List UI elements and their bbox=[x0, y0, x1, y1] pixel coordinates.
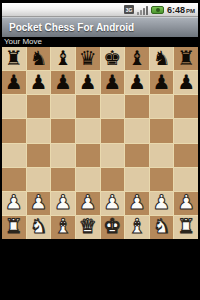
status-bar-clock: 6:48 PM bbox=[167, 5, 195, 15]
piece-white-bishop[interactable]: ♝ bbox=[54, 216, 72, 236]
square-a4[interactable] bbox=[2, 144, 26, 167]
square-b6[interactable] bbox=[27, 95, 51, 118]
piece-black-pawn[interactable]: ♟ bbox=[177, 72, 195, 92]
square-b5[interactable] bbox=[27, 119, 51, 142]
piece-white-pawn[interactable]: ♟ bbox=[128, 192, 146, 212]
signal-strength-icon bbox=[137, 5, 148, 15]
square-f6[interactable] bbox=[125, 95, 149, 118]
piece-white-king[interactable]: ♚ bbox=[103, 216, 121, 236]
piece-white-pawn[interactable]: ♟ bbox=[103, 192, 121, 212]
square-b2[interactable]: ♟ bbox=[27, 192, 51, 215]
app-title: Pocket Chess For Android bbox=[9, 22, 134, 33]
square-a3[interactable] bbox=[2, 168, 26, 191]
square-h6[interactable] bbox=[174, 95, 198, 118]
move-status-bar: Your Move bbox=[2, 37, 198, 47]
mobile-data-3g-icon: 3G bbox=[124, 5, 134, 14]
piece-white-pawn[interactable]: ♟ bbox=[29, 192, 47, 212]
piece-black-knight[interactable]: ♞ bbox=[29, 48, 47, 68]
square-g6[interactable] bbox=[150, 95, 174, 118]
square-h1[interactable]: ♜ bbox=[174, 216, 198, 239]
piece-black-pawn[interactable]: ♟ bbox=[128, 72, 146, 92]
piece-black-rook[interactable]: ♜ bbox=[5, 48, 23, 68]
square-c8[interactable]: ♝ bbox=[51, 47, 75, 70]
move-status-text: Your Move bbox=[4, 37, 42, 47]
piece-white-rook[interactable]: ♜ bbox=[177, 216, 195, 236]
square-a8[interactable]: ♜ bbox=[2, 47, 26, 70]
piece-white-queen[interactable]: ♛ bbox=[79, 216, 97, 236]
square-f7[interactable]: ♟ bbox=[125, 71, 149, 94]
square-e8[interactable]: ♚ bbox=[101, 47, 125, 70]
square-g4[interactable] bbox=[150, 144, 174, 167]
app-title-bar: Pocket Chess For Android bbox=[2, 17, 198, 37]
square-a1[interactable]: ♜ bbox=[2, 216, 26, 239]
square-g2[interactable]: ♟ bbox=[150, 192, 174, 215]
square-e6[interactable] bbox=[101, 95, 125, 118]
square-g3[interactable] bbox=[150, 168, 174, 191]
square-c2[interactable]: ♟ bbox=[51, 192, 75, 215]
piece-black-queen[interactable]: ♛ bbox=[79, 48, 97, 68]
square-d2[interactable]: ♟ bbox=[76, 192, 100, 215]
square-d1[interactable]: ♛ bbox=[76, 216, 100, 239]
square-g5[interactable] bbox=[150, 119, 174, 142]
square-d6[interactable] bbox=[76, 95, 100, 118]
square-b8[interactable]: ♞ bbox=[27, 47, 51, 70]
piece-white-bishop[interactable]: ♝ bbox=[128, 216, 146, 236]
square-a6[interactable] bbox=[2, 95, 26, 118]
square-h5[interactable] bbox=[174, 119, 198, 142]
square-g8[interactable]: ♞ bbox=[150, 47, 174, 70]
piece-black-pawn[interactable]: ♟ bbox=[54, 72, 72, 92]
square-b4[interactable] bbox=[27, 144, 51, 167]
clock-meridiem: PM bbox=[186, 8, 195, 14]
square-e4[interactable] bbox=[101, 144, 125, 167]
square-a2[interactable]: ♟ bbox=[2, 192, 26, 215]
square-a7[interactable]: ♟ bbox=[2, 71, 26, 94]
square-d8[interactable]: ♛ bbox=[76, 47, 100, 70]
android-status-bar: 3G 6:48 PM bbox=[2, 3, 198, 17]
piece-black-pawn[interactable]: ♟ bbox=[29, 72, 47, 92]
piece-black-pawn[interactable]: ♟ bbox=[103, 72, 121, 92]
square-e2[interactable]: ♟ bbox=[101, 192, 125, 215]
piece-white-pawn[interactable]: ♟ bbox=[54, 192, 72, 212]
square-e1[interactable]: ♚ bbox=[101, 216, 125, 239]
piece-black-knight[interactable]: ♞ bbox=[153, 48, 171, 68]
square-h3[interactable] bbox=[174, 168, 198, 191]
app-window: 3G 6:48 PM Pocket Chess For Android Your… bbox=[0, 0, 200, 300]
square-h4[interactable] bbox=[174, 144, 198, 167]
chess-board[interactable]: ♜♞♝♛♚♝♞♜♟♟♟♟♟♟♟♟♟♟♟♟♟♟♟♟♜♞♝♛♚♝♞♜ bbox=[2, 47, 198, 239]
square-f5[interactable] bbox=[125, 119, 149, 142]
square-c5[interactable] bbox=[51, 119, 75, 142]
piece-white-pawn[interactable]: ♟ bbox=[177, 192, 195, 212]
square-c1[interactable]: ♝ bbox=[51, 216, 75, 239]
piece-black-king[interactable]: ♚ bbox=[103, 48, 121, 68]
piece-black-bishop[interactable]: ♝ bbox=[128, 48, 146, 68]
piece-black-rook[interactable]: ♜ bbox=[177, 48, 195, 68]
square-d5[interactable] bbox=[76, 119, 100, 142]
square-d3[interactable] bbox=[76, 168, 100, 191]
piece-black-bishop[interactable]: ♝ bbox=[54, 48, 72, 68]
square-a5[interactable] bbox=[2, 119, 26, 142]
square-h7[interactable]: ♟ bbox=[174, 71, 198, 94]
square-g1[interactable]: ♞ bbox=[150, 216, 174, 239]
square-f8[interactable]: ♝ bbox=[125, 47, 149, 70]
square-c7[interactable]: ♟ bbox=[51, 71, 75, 94]
piece-white-rook[interactable]: ♜ bbox=[5, 216, 23, 236]
square-c4[interactable] bbox=[51, 144, 75, 167]
square-e5[interactable] bbox=[101, 119, 125, 142]
square-h2[interactable]: ♟ bbox=[174, 192, 198, 215]
square-f3[interactable] bbox=[125, 168, 149, 191]
square-c6[interactable] bbox=[51, 95, 75, 118]
battery-icon bbox=[151, 6, 164, 14]
square-e3[interactable] bbox=[101, 168, 125, 191]
piece-white-knight[interactable]: ♞ bbox=[29, 216, 47, 236]
square-g7[interactable]: ♟ bbox=[150, 71, 174, 94]
square-f4[interactable] bbox=[125, 144, 149, 167]
piece-black-pawn[interactable]: ♟ bbox=[79, 72, 97, 92]
square-h8[interactable]: ♜ bbox=[174, 47, 198, 70]
piece-white-knight[interactable]: ♞ bbox=[153, 216, 171, 236]
piece-white-pawn[interactable]: ♟ bbox=[153, 192, 171, 212]
square-b7[interactable]: ♟ bbox=[27, 71, 51, 94]
piece-white-pawn[interactable]: ♟ bbox=[5, 192, 23, 212]
square-d7[interactable]: ♟ bbox=[76, 71, 100, 94]
clock-time: 6:48 bbox=[167, 5, 185, 15]
square-d4[interactable] bbox=[76, 144, 100, 167]
square-e7[interactable]: ♟ bbox=[101, 71, 125, 94]
square-b3[interactable] bbox=[27, 168, 51, 191]
piece-black-pawn[interactable]: ♟ bbox=[5, 72, 23, 92]
square-c3[interactable] bbox=[51, 168, 75, 191]
piece-white-pawn[interactable]: ♟ bbox=[79, 192, 97, 212]
square-f1[interactable]: ♝ bbox=[125, 216, 149, 239]
square-b1[interactable]: ♞ bbox=[27, 216, 51, 239]
piece-black-pawn[interactable]: ♟ bbox=[153, 72, 171, 92]
square-f2[interactable]: ♟ bbox=[125, 192, 149, 215]
